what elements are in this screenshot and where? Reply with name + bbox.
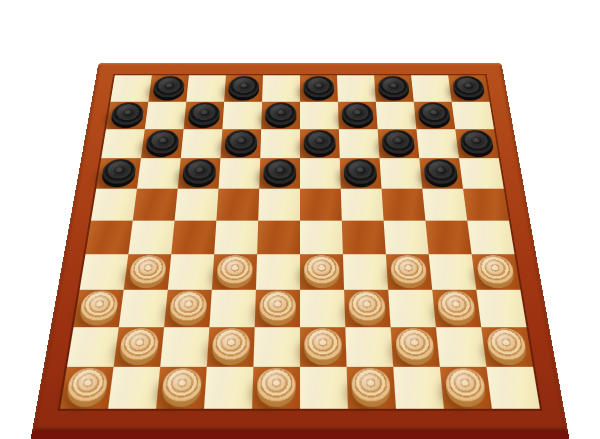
square[interactable]: [300, 327, 347, 367]
square[interactable]: [422, 189, 467, 221]
piece-white[interactable]: [476, 255, 515, 284]
square[interactable]: [114, 327, 165, 367]
piece-black[interactable]: [342, 103, 374, 125]
piece-white[interactable]: [212, 328, 251, 360]
square[interactable]: [80, 254, 129, 289]
square[interactable]: [60, 367, 113, 409]
square[interactable]: [382, 189, 426, 221]
square[interactable]: [175, 189, 219, 221]
square[interactable]: [133, 189, 178, 221]
square[interactable]: [91, 189, 137, 221]
piece-white[interactable]: [161, 368, 202, 402]
square[interactable]: [378, 129, 420, 158]
square[interactable]: [300, 102, 339, 130]
square[interactable]: [337, 75, 376, 101]
square[interactable]: [300, 158, 341, 188]
piece-white[interactable]: [486, 328, 528, 360]
square[interactable]: [432, 290, 481, 327]
square[interactable]: [416, 129, 459, 158]
square[interactable]: [119, 290, 168, 327]
square[interactable]: [300, 75, 338, 101]
square[interactable]: [472, 254, 521, 289]
square[interactable]: [384, 221, 429, 255]
piece-white[interactable]: [390, 255, 427, 284]
square[interactable]: [256, 254, 300, 289]
square[interactable]: [108, 367, 160, 409]
square[interactable]: [260, 129, 300, 158]
square[interactable]: [436, 327, 487, 367]
square[interactable]: [224, 75, 263, 101]
piece-white[interactable]: [444, 368, 486, 402]
piece-white[interactable]: [66, 368, 109, 402]
piece-black[interactable]: [459, 130, 494, 153]
square[interactable]: [476, 290, 526, 327]
square[interactable]: [467, 221, 514, 255]
square[interactable]: [338, 102, 378, 130]
square[interactable]: [300, 129, 340, 158]
square[interactable]: [393, 367, 444, 409]
square[interactable]: [164, 290, 212, 327]
piece-black[interactable]: [417, 103, 451, 125]
square[interactable]: [459, 158, 504, 188]
square[interactable]: [141, 129, 184, 158]
piece-white[interactable]: [79, 291, 120, 321]
piece-black[interactable]: [344, 159, 378, 184]
piece-white[interactable]: [304, 255, 340, 284]
square[interactable]: [106, 102, 148, 130]
square[interactable]: [347, 367, 396, 409]
perspective-wrapper: [69, 0, 531, 439]
piece-black[interactable]: [452, 76, 485, 97]
square[interactable]: [73, 290, 123, 327]
board-grid: [60, 75, 540, 408]
square[interactable]: [452, 102, 494, 130]
square[interactable]: [374, 75, 414, 101]
piece-black[interactable]: [304, 76, 335, 97]
square[interactable]: [207, 327, 255, 367]
square[interactable]: [255, 290, 300, 327]
square[interactable]: [455, 129, 499, 158]
piece-black[interactable]: [423, 159, 458, 184]
square[interactable]: [222, 102, 262, 130]
checkers-board-frame: [29, 63, 571, 439]
square[interactable]: [110, 75, 151, 101]
square[interactable]: [181, 129, 223, 158]
piece-white[interactable]: [129, 255, 167, 284]
square[interactable]: [218, 158, 260, 188]
square[interactable]: [160, 327, 209, 367]
square[interactable]: [258, 189, 300, 221]
square[interactable]: [220, 129, 261, 158]
square[interactable]: [411, 75, 451, 101]
piece-black[interactable]: [263, 159, 296, 184]
piece-white[interactable]: [351, 368, 391, 402]
square[interactable]: [178, 158, 221, 188]
square[interactable]: [440, 367, 492, 409]
piece-white[interactable]: [169, 291, 208, 321]
square[interactable]: [300, 367, 348, 409]
square[interactable]: [261, 102, 300, 130]
square[interactable]: [168, 254, 214, 289]
square[interactable]: [67, 327, 119, 367]
piece-black[interactable]: [182, 159, 217, 184]
square[interactable]: [300, 221, 343, 255]
square[interactable]: [124, 254, 172, 289]
square[interactable]: [216, 189, 259, 221]
square[interactable]: [386, 254, 432, 289]
piece-white[interactable]: [437, 291, 477, 321]
square[interactable]: [204, 367, 253, 409]
square[interactable]: [391, 327, 440, 367]
square[interactable]: [300, 189, 342, 221]
piece-black[interactable]: [378, 76, 410, 97]
piece-black[interactable]: [188, 103, 221, 125]
square[interactable]: [341, 189, 384, 221]
square[interactable]: [343, 254, 388, 289]
piece-black[interactable]: [145, 130, 179, 153]
piece-white[interactable]: [304, 328, 342, 360]
square[interactable]: [96, 158, 141, 188]
square[interactable]: [128, 221, 174, 255]
square[interactable]: [85, 221, 132, 255]
square[interactable]: [184, 102, 225, 130]
piece-white[interactable]: [216, 255, 253, 284]
piece-black[interactable]: [153, 76, 186, 97]
square[interactable]: [137, 158, 181, 188]
square[interactable]: [214, 221, 258, 255]
piece-white[interactable]: [348, 291, 386, 321]
square[interactable]: [486, 367, 539, 409]
piece-white[interactable]: [257, 368, 296, 402]
square[interactable]: [156, 367, 207, 409]
square[interactable]: [419, 158, 463, 188]
square[interactable]: [253, 327, 300, 367]
square[interactable]: [340, 158, 382, 188]
piece-black[interactable]: [381, 130, 415, 153]
piece-white[interactable]: [259, 291, 296, 321]
square[interactable]: [414, 102, 456, 130]
square[interactable]: [101, 129, 145, 158]
square[interactable]: [171, 221, 216, 255]
square[interactable]: [376, 102, 417, 130]
square[interactable]: [257, 221, 300, 255]
piece-white[interactable]: [119, 328, 160, 360]
square[interactable]: [209, 290, 256, 327]
square[interactable]: [252, 367, 300, 409]
square[interactable]: [145, 102, 187, 130]
square[interactable]: [339, 129, 380, 158]
square[interactable]: [345, 327, 393, 367]
square[interactable]: [344, 290, 391, 327]
square[interactable]: [429, 254, 477, 289]
square[interactable]: [463, 189, 509, 221]
square[interactable]: [212, 254, 257, 289]
scene-background: [0, 0, 600, 439]
square[interactable]: [259, 158, 300, 188]
square[interactable]: [300, 290, 345, 327]
piece-white[interactable]: [395, 328, 435, 360]
piece-black[interactable]: [228, 76, 259, 97]
piece-black[interactable]: [110, 103, 144, 125]
square[interactable]: [448, 75, 489, 101]
piece-black[interactable]: [101, 159, 137, 184]
square[interactable]: [148, 75, 188, 101]
square[interactable]: [262, 75, 300, 101]
square[interactable]: [380, 158, 423, 188]
square[interactable]: [186, 75, 226, 101]
square[interactable]: [388, 290, 436, 327]
square[interactable]: [300, 254, 344, 289]
square[interactable]: [425, 221, 471, 255]
piece-black[interactable]: [225, 130, 258, 153]
piece-black[interactable]: [265, 103, 296, 125]
piece-black[interactable]: [304, 130, 336, 153]
square[interactable]: [342, 221, 386, 255]
square[interactable]: [481, 327, 533, 367]
